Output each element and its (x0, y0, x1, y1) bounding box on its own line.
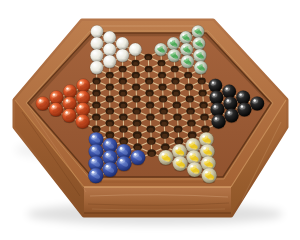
marble-highlight (106, 46, 108, 48)
marble-highlight (162, 153, 165, 156)
marble-highlight (191, 165, 194, 168)
board-hole[interactable] (132, 107, 141, 114)
marble-green[interactable] (181, 55, 194, 69)
marble-white[interactable] (103, 31, 116, 44)
board-hole[interactable] (92, 113, 101, 120)
board-hole[interactable] (145, 78, 153, 85)
board-hole[interactable] (119, 137, 128, 144)
board-hole[interactable] (132, 84, 140, 91)
marble-highlight (52, 105, 54, 107)
board-hole[interactable] (198, 90, 206, 97)
marble-green[interactable] (193, 49, 206, 63)
board-hole[interactable] (106, 84, 114, 91)
marble-highlight (106, 34, 108, 36)
marble-highlight (196, 40, 198, 42)
marble-highlight (205, 171, 208, 174)
marble-green[interactable] (192, 37, 205, 50)
marble-highlight (253, 99, 255, 101)
marble-highlight (93, 52, 95, 54)
marble-highlight (66, 99, 68, 101)
board-hole[interactable] (132, 96, 141, 103)
marble-green[interactable] (167, 37, 180, 50)
marble-orange[interactable] (76, 114, 90, 129)
board-hole[interactable] (145, 66, 153, 73)
marble-highlight (195, 28, 197, 30)
marble-white[interactable] (103, 43, 116, 57)
board-hole[interactable] (185, 84, 193, 91)
board-hole[interactable] (172, 90, 180, 97)
board-hole[interactable] (119, 78, 127, 85)
board-front-face (84, 187, 231, 215)
marble-highlight (203, 135, 205, 137)
marble-white[interactable] (103, 55, 116, 69)
marble-highlight (80, 81, 82, 83)
marble-highlight (214, 105, 216, 107)
board-hole[interactable] (105, 107, 114, 114)
board-hole[interactable] (119, 102, 128, 109)
marble-highlight (215, 117, 217, 119)
marble-highlight (94, 28, 96, 30)
marble-highlight (79, 105, 81, 107)
board-hole[interactable] (146, 102, 155, 109)
marble-blue[interactable] (88, 168, 103, 184)
marble-yellow[interactable] (187, 162, 202, 178)
marble-blue[interactable] (130, 150, 145, 166)
marble-highlight (119, 52, 121, 54)
marble-green[interactable] (154, 43, 167, 57)
marble-white[interactable] (129, 43, 142, 57)
marble-yellow[interactable] (202, 168, 217, 184)
marble-highlight (120, 147, 123, 150)
marble-highlight (92, 135, 94, 137)
marble-highlight (66, 87, 68, 89)
marble-black[interactable] (224, 108, 238, 123)
board-hole[interactable] (186, 107, 195, 114)
marble-green[interactable] (179, 31, 192, 44)
marble-white[interactable] (116, 49, 129, 63)
board-hole[interactable] (144, 54, 152, 61)
board-hole[interactable] (174, 125, 183, 132)
board-hole[interactable] (106, 96, 115, 103)
board-hole[interactable] (159, 107, 168, 114)
marble-highlight (182, 34, 184, 36)
board-hole[interactable] (119, 66, 127, 73)
marble-highlight (92, 159, 95, 162)
marble-highlight (106, 141, 109, 144)
marble-highlight (213, 93, 215, 95)
board-hole[interactable] (184, 72, 192, 79)
marble-highlight (120, 159, 123, 162)
marble-highlight (226, 87, 228, 89)
board-hole[interactable] (199, 102, 208, 109)
marble-black[interactable] (237, 102, 251, 117)
marble-highlight (93, 40, 95, 42)
marble-highlight (132, 46, 134, 48)
marble-white[interactable] (90, 37, 103, 50)
board-hole[interactable] (173, 113, 182, 120)
marble-highlight (79, 117, 81, 119)
board-hole[interactable] (174, 137, 183, 144)
marble-highlight (196, 52, 198, 54)
marble-white[interactable] (91, 25, 104, 38)
board-hole[interactable] (119, 90, 127, 97)
marble-black[interactable] (250, 97, 264, 112)
board-hole[interactable] (132, 60, 140, 67)
marble-highlight (176, 159, 179, 162)
marble-orange[interactable] (36, 97, 50, 112)
board-hole[interactable] (160, 119, 169, 126)
board-hole[interactable] (147, 149, 156, 156)
board-hole[interactable] (145, 90, 153, 97)
board-hole[interactable] (105, 131, 114, 138)
marble-highlight (157, 46, 159, 48)
marble-highlight (190, 153, 193, 156)
board-hole[interactable] (119, 113, 128, 120)
marble-highlight (171, 52, 173, 54)
marble-highlight (189, 141, 192, 144)
marble-highlight (241, 105, 243, 107)
board-hole[interactable] (133, 131, 142, 138)
board-hole[interactable] (186, 96, 195, 103)
marble-highlight (106, 165, 109, 168)
marble-highlight (204, 159, 207, 162)
marble-green[interactable] (194, 61, 207, 75)
marble-green[interactable] (168, 49, 181, 63)
board-hole[interactable] (92, 90, 100, 97)
board-hole[interactable] (198, 78, 206, 85)
board-hole[interactable] (92, 78, 100, 85)
board-hole[interactable] (158, 72, 166, 79)
marble-blue[interactable] (102, 162, 117, 178)
marble-highlight (93, 64, 95, 66)
marble-highlight (212, 81, 214, 83)
board-hole[interactable] (158, 84, 166, 91)
marble-highlight (228, 111, 230, 113)
board-hole[interactable] (132, 72, 140, 79)
marble-highlight (39, 99, 41, 101)
marble-highlight (106, 58, 108, 60)
marble-green[interactable] (192, 25, 205, 38)
marble-green[interactable] (180, 43, 193, 57)
board-hole[interactable] (160, 131, 169, 138)
marble-highlight (92, 171, 95, 174)
marble-yellow[interactable] (158, 150, 173, 166)
board-hole[interactable] (133, 143, 142, 150)
marble-highlight (184, 58, 186, 60)
marble-highlight (227, 99, 229, 101)
scene (0, 0, 300, 240)
marble-highlight (53, 93, 55, 95)
board-hole[interactable] (188, 131, 197, 138)
marble-yellow[interactable] (173, 156, 188, 172)
chinese-checkers-board (0, 0, 300, 240)
marble-highlight (134, 153, 137, 156)
board-hole[interactable] (92, 125, 101, 132)
marble-orange[interactable] (62, 108, 76, 123)
marble-white[interactable] (116, 37, 129, 50)
marble-highlight (106, 153, 109, 156)
board-hole[interactable] (147, 137, 156, 144)
marble-blue[interactable] (116, 156, 131, 172)
board-hole[interactable] (171, 78, 179, 85)
marble-highlight (203, 147, 206, 150)
board-hole[interactable] (200, 113, 209, 120)
board-hole[interactable] (201, 125, 210, 132)
board-hole[interactable] (146, 113, 155, 120)
board-hole[interactable] (159, 96, 168, 103)
marble-highlight (183, 46, 185, 48)
marble-highlight (119, 40, 121, 42)
marble-highlight (176, 147, 179, 150)
marble-white[interactable] (90, 49, 103, 63)
board-hole[interactable] (187, 119, 196, 126)
board-hole[interactable] (133, 119, 142, 126)
board-hole[interactable] (173, 102, 182, 109)
board-hole[interactable] (92, 102, 101, 109)
board-hole[interactable] (157, 60, 165, 67)
marble-highlight (239, 93, 241, 95)
board-hole[interactable] (119, 125, 128, 132)
board-hole[interactable] (105, 119, 114, 126)
marble-black[interactable] (211, 114, 225, 129)
marble-highlight (92, 147, 95, 150)
board-hole[interactable] (106, 72, 114, 79)
board-hole[interactable] (146, 125, 155, 132)
marble-highlight (65, 111, 67, 113)
marble-highlight (79, 93, 81, 95)
marble-white[interactable] (90, 61, 103, 75)
marble-orange[interactable] (49, 102, 63, 117)
marble-highlight (170, 40, 172, 42)
marble-highlight (197, 64, 199, 66)
board-hole[interactable] (161, 143, 170, 150)
board-hole[interactable] (171, 66, 179, 73)
